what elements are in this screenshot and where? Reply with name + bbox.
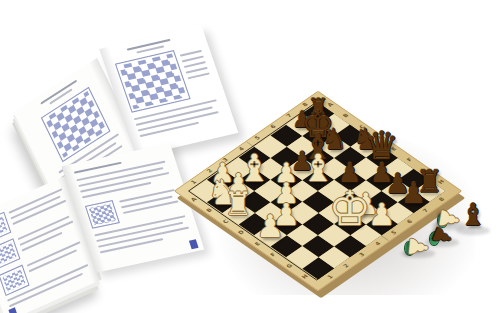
chess-diagram-thumbnail: [85, 200, 120, 229]
booklet-text-line: [8, 188, 62, 214]
chess-piece-dark-pawn-h7[interactable]: ♟: [401, 180, 427, 209]
chess-piece-white-rook-c1[interactable]: ♜: [224, 188, 253, 220]
page-number-badge: [8, 307, 17, 313]
captured-piece-white-pawn[interactable]: ♟: [404, 235, 431, 260]
chess-piece-white-king-g4[interactable]: ♚: [329, 185, 372, 232]
chess-piece-white-pawn-h5[interactable]: ♟: [368, 200, 395, 230]
coordinate-label-a: A: [188, 196, 200, 204]
product-photo-scene: AABBCCDDEEFFGGHH1122334455667788 ♜♞♛♜♟♚♞…: [0, 0, 500, 313]
booklet-text-line: [123, 200, 179, 214]
rules-booklet: [0, 136, 208, 313]
booklet-moves-line: [188, 72, 210, 79]
coordinate-label-h: H: [299, 273, 311, 281]
chess-diagram-thumbnail: [0, 238, 20, 269]
chess-piece-white-pawn-e1[interactable]: ♟: [256, 211, 284, 242]
coordinate-label-g: G: [284, 262, 296, 270]
coordinate-label-f: F: [268, 251, 280, 259]
captured-piece-dark-bishop[interactable]: ♝: [460, 200, 487, 230]
coordinate-label-d: D: [236, 229, 248, 237]
